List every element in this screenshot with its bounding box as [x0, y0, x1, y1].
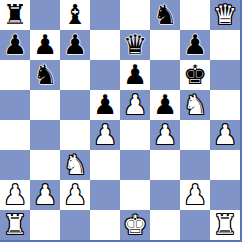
square-d3[interactable]	[90, 150, 120, 180]
square-c2[interactable]: ♟	[60, 180, 90, 210]
square-f3[interactable]	[150, 150, 180, 180]
piece-white-pawn[interactable]: ♟	[63, 180, 87, 210]
piece-black-knight[interactable]: ♞	[33, 60, 57, 90]
piece-black-pawn[interactable]: ♟	[123, 60, 147, 90]
piece-white-pawn[interactable]: ♟	[153, 120, 177, 150]
square-e8[interactable]	[120, 0, 150, 30]
square-h8[interactable]: ♛	[210, 0, 240, 30]
square-a6[interactable]	[0, 60, 30, 90]
square-e7[interactable]: ♛	[120, 30, 150, 60]
square-e6[interactable]: ♟	[120, 60, 150, 90]
square-c1[interactable]	[60, 210, 90, 240]
square-a4[interactable]	[0, 120, 30, 150]
piece-black-pawn[interactable]: ♟	[183, 30, 207, 60]
square-h1[interactable]: ♜	[210, 210, 240, 240]
piece-white-pawn[interactable]: ♟	[33, 180, 57, 210]
square-d1[interactable]	[90, 210, 120, 240]
square-g1[interactable]	[180, 210, 210, 240]
piece-white-pawn[interactable]: ♟	[183, 180, 207, 210]
square-g2[interactable]: ♟	[180, 180, 210, 210]
piece-white-pawn[interactable]: ♟	[213, 120, 237, 150]
square-c3[interactable]: ♞	[60, 150, 90, 180]
square-b4[interactable]	[30, 120, 60, 150]
piece-white-queen[interactable]: ♛	[213, 0, 237, 30]
piece-white-king[interactable]: ♚	[123, 210, 147, 240]
piece-black-rook[interactable]: ♜	[3, 0, 27, 30]
square-e3[interactable]	[120, 150, 150, 180]
square-a7[interactable]: ♟	[0, 30, 30, 60]
square-a8[interactable]: ♜	[0, 0, 30, 30]
square-h5[interactable]	[210, 90, 240, 120]
square-f2[interactable]	[150, 180, 180, 210]
square-c8[interactable]: ♝	[60, 0, 90, 30]
square-e5[interactable]: ♟	[120, 90, 150, 120]
piece-white-knight[interactable]: ♞	[183, 90, 207, 120]
piece-black-pawn[interactable]: ♟	[3, 30, 27, 60]
square-f6[interactable]	[150, 60, 180, 90]
square-b1[interactable]	[30, 210, 60, 240]
square-h6[interactable]	[210, 60, 240, 90]
piece-white-pawn[interactable]: ♟	[3, 180, 27, 210]
square-g5[interactable]: ♞	[180, 90, 210, 120]
square-d5[interactable]: ♟	[90, 90, 120, 120]
square-g3[interactable]	[180, 150, 210, 180]
square-b3[interactable]	[30, 150, 60, 180]
square-g4[interactable]	[180, 120, 210, 150]
piece-black-knight[interactable]: ♞	[153, 0, 177, 30]
square-f5[interactable]: ♟	[150, 90, 180, 120]
square-e2[interactable]	[120, 180, 150, 210]
square-c4[interactable]	[60, 120, 90, 150]
square-d2[interactable]	[90, 180, 120, 210]
square-e4[interactable]	[120, 120, 150, 150]
square-c5[interactable]	[60, 90, 90, 120]
square-e1[interactable]: ♚	[120, 210, 150, 240]
piece-white-pawn[interactable]: ♟	[123, 90, 147, 120]
piece-black-pawn[interactable]: ♟	[63, 30, 87, 60]
square-b5[interactable]	[30, 90, 60, 120]
square-c6[interactable]	[60, 60, 90, 90]
chess-board: ♜♝♞♛♟♟♟♛♟♞♟♚♟♟♟♞♟♟♟♞♟♟♟♟♜♚♜	[0, 0, 242, 242]
square-f1[interactable]	[150, 210, 180, 240]
piece-black-bishop[interactable]: ♝	[63, 0, 87, 30]
piece-black-queen[interactable]: ♛	[123, 30, 147, 60]
square-f4[interactable]: ♟	[150, 120, 180, 150]
square-h2[interactable]	[210, 180, 240, 210]
square-d7[interactable]	[90, 30, 120, 60]
piece-white-knight[interactable]: ♞	[63, 150, 87, 180]
piece-white-pawn[interactable]: ♟	[93, 120, 117, 150]
square-b2[interactable]: ♟	[30, 180, 60, 210]
square-c7[interactable]: ♟	[60, 30, 90, 60]
square-f8[interactable]: ♞	[150, 0, 180, 30]
square-h4[interactable]: ♟	[210, 120, 240, 150]
square-g6[interactable]: ♚	[180, 60, 210, 90]
square-d4[interactable]: ♟	[90, 120, 120, 150]
piece-black-pawn[interactable]: ♟	[33, 30, 57, 60]
square-g7[interactable]: ♟	[180, 30, 210, 60]
square-d6[interactable]	[90, 60, 120, 90]
square-b6[interactable]: ♞	[30, 60, 60, 90]
square-b8[interactable]	[30, 0, 60, 30]
square-a2[interactable]: ♟	[0, 180, 30, 210]
square-d8[interactable]	[90, 0, 120, 30]
square-f7[interactable]	[150, 30, 180, 60]
piece-white-rook[interactable]: ♜	[3, 210, 27, 240]
square-h3[interactable]	[210, 150, 240, 180]
piece-black-pawn[interactable]: ♟	[93, 90, 117, 120]
square-h7[interactable]	[210, 30, 240, 60]
piece-black-king[interactable]: ♚	[183, 60, 207, 90]
square-a1[interactable]: ♜	[0, 210, 30, 240]
square-a5[interactable]	[0, 90, 30, 120]
piece-white-rook[interactable]: ♜	[213, 210, 237, 240]
square-b7[interactable]: ♟	[30, 30, 60, 60]
piece-black-pawn[interactable]: ♟	[153, 90, 177, 120]
square-g8[interactable]	[180, 0, 210, 30]
square-a3[interactable]	[0, 150, 30, 180]
